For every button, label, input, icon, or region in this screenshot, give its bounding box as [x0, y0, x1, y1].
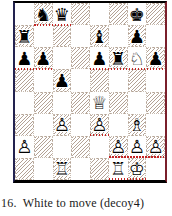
- square-h4: [146, 92, 165, 114]
- square-e7: ♝: [90, 25, 109, 47]
- square-f6: ♜: [109, 47, 128, 69]
- square-a8: [15, 3, 34, 25]
- square-c8: ♛: [53, 3, 72, 25]
- black-rook-f6: ♜: [110, 50, 126, 68]
- square-a4: [15, 92, 34, 114]
- square-h1: [146, 158, 165, 180]
- square-a5: [15, 69, 34, 91]
- square-g2: ♙: [128, 136, 147, 158]
- square-a1: [15, 158, 34, 180]
- square-c1: ♖: [53, 158, 72, 180]
- white-pawn-e3: ♙: [91, 116, 107, 134]
- square-f4: [109, 92, 128, 114]
- black-rook-a7: ♜: [16, 28, 32, 46]
- red-squiggle-underline-b8-c8: [34, 24, 71, 26]
- square-d3: [71, 114, 90, 136]
- square-b4: [34, 92, 53, 114]
- black-bishop-e7: ♝: [91, 28, 107, 46]
- square-c3: ♙: [53, 114, 72, 136]
- square-h7: [146, 25, 165, 47]
- white-pawn-f2: ♙: [110, 138, 126, 156]
- square-f1: ♖: [109, 158, 128, 180]
- square-d6: [71, 47, 90, 69]
- square-b8: ♞: [34, 3, 53, 25]
- square-d4: [71, 92, 90, 114]
- square-e3: ♙: [90, 114, 109, 136]
- square-a6: ♟: [15, 47, 34, 69]
- white-pawn-a2: ♙: [16, 138, 32, 156]
- black-pawn-g7: ♟: [129, 28, 145, 46]
- red-squiggle-underline-e3: [90, 134, 109, 136]
- square-f5: [109, 69, 128, 91]
- black-pawn-b6: ♟: [35, 50, 51, 68]
- square-a2: ♙: [15, 136, 34, 158]
- square-f2: ♙: [109, 136, 128, 158]
- square-d1: [71, 158, 90, 180]
- square-e8: [90, 3, 109, 25]
- square-f3: [109, 114, 128, 136]
- white-rook-f1: ♖: [110, 160, 126, 178]
- black-pawn-e6: ♟: [91, 50, 107, 68]
- square-d2: [71, 136, 90, 158]
- square-g1: ♔: [128, 158, 147, 180]
- square-c7: [53, 25, 72, 47]
- black-knight-b8: ♞: [35, 6, 51, 24]
- red-squiggle-underline-a6-b6: [15, 68, 53, 70]
- square-e1: [90, 158, 109, 180]
- square-b7: [34, 25, 53, 47]
- red-squiggle-underline-f2-h2: [109, 156, 165, 158]
- white-king-g1: ♔: [129, 160, 145, 178]
- square-g7: ♟: [128, 25, 147, 47]
- white-rook-c1: ♖: [54, 160, 70, 178]
- square-a3: [15, 114, 34, 136]
- square-a7: ♜: [15, 25, 34, 47]
- square-b2: [34, 136, 53, 158]
- square-h6: ♟: [146, 47, 165, 69]
- square-e4: ♕: [90, 92, 109, 114]
- black-pawn-a6: ♟: [16, 50, 32, 68]
- square-g6: ♘: [128, 47, 147, 69]
- square-g5: [128, 69, 147, 91]
- red-squiggle-underline-e6-h6: [90, 68, 165, 70]
- black-pawn-h6: ♟: [148, 50, 164, 68]
- square-c2: [53, 136, 72, 158]
- white-pawn-g2: ♙: [129, 138, 145, 156]
- square-b5: [34, 69, 53, 91]
- square-b3: [34, 114, 53, 136]
- chess-board: ♞♛♚♜♝♟♟♟♟♜♘♟♟♕♙♙♗♙♙♙♙♖♖♔: [13, 1, 167, 183]
- square-e5: [90, 69, 109, 91]
- square-c6: [53, 47, 72, 69]
- square-d8: [71, 3, 90, 25]
- square-c5: ♟: [53, 69, 72, 91]
- square-d5: [71, 69, 90, 91]
- square-g4: [128, 92, 147, 114]
- black-pawn-c5: ♟: [54, 72, 70, 90]
- square-f8: [109, 3, 128, 25]
- white-pawn-h2: ♙: [148, 138, 164, 156]
- white-bishop-g3: ♗: [129, 116, 145, 134]
- square-b1: [34, 158, 53, 180]
- chess-diagram-page: ♞♛♚♜♝♟♟♟♟♜♘♟♟♕♙♙♗♙♙♙♙♖♖♔ 16. White to mo…: [0, 0, 172, 216]
- square-h3: [146, 114, 165, 136]
- square-h8: [146, 3, 165, 25]
- square-c4: [53, 92, 72, 114]
- square-b6: ♟: [34, 47, 53, 69]
- diagram-caption: 16. White to move (decoy4): [1, 196, 144, 211]
- square-d7: [71, 25, 90, 47]
- square-g3: ♗: [128, 114, 147, 136]
- white-queen-e4: ♕: [91, 94, 107, 112]
- black-queen-c8: ♛: [54, 6, 70, 24]
- square-e6: ♟: [90, 47, 109, 69]
- square-e2: [90, 136, 109, 158]
- white-knight-g6: ♘: [129, 50, 145, 68]
- square-h2: ♙: [146, 136, 165, 158]
- square-g8: ♚: [128, 3, 147, 25]
- square-h5: [146, 69, 165, 91]
- red-squiggle-underline-f1-g1: [109, 178, 146, 180]
- square-f7: [109, 25, 128, 47]
- black-king-g8: ♚: [129, 6, 145, 24]
- white-pawn-c3: ♙: [54, 116, 70, 134]
